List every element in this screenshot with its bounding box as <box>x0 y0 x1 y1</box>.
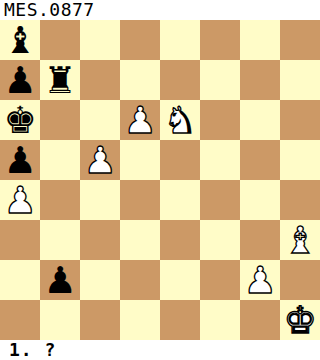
square-b5 <box>40 140 80 180</box>
square-b6 <box>40 100 80 140</box>
square-b7: ♜ <box>40 60 80 100</box>
square-c2 <box>80 260 120 300</box>
white-knight: ♞ <box>163 102 196 139</box>
square-c8 <box>80 20 120 60</box>
square-c3 <box>80 220 120 260</box>
square-b1 <box>40 300 80 340</box>
square-d4 <box>120 180 160 220</box>
white-king: ♚ <box>283 302 316 339</box>
black-bishop: ♝ <box>3 22 36 59</box>
square-g1 <box>240 300 280 340</box>
square-e5 <box>160 140 200 180</box>
square-h4 <box>280 180 320 220</box>
square-a8: ♝ <box>0 20 40 60</box>
chess-board: ♝♟♜♚♟♞♟♟♟♝♟♟♚ <box>0 20 320 340</box>
square-d1 <box>120 300 160 340</box>
square-c6 <box>80 100 120 140</box>
diagram-title: MES.0877 <box>0 0 320 20</box>
black-pawn: ♟ <box>43 262 76 299</box>
square-c4 <box>80 180 120 220</box>
square-h1: ♚ <box>280 300 320 340</box>
black-king: ♚ <box>3 102 36 139</box>
square-a3 <box>0 220 40 260</box>
square-h3: ♝ <box>280 220 320 260</box>
square-e1 <box>160 300 200 340</box>
square-f6 <box>200 100 240 140</box>
square-h2 <box>280 260 320 300</box>
square-g8 <box>240 20 280 60</box>
white-bishop: ♝ <box>283 222 316 259</box>
square-f1 <box>200 300 240 340</box>
square-c7 <box>80 60 120 100</box>
square-f5 <box>200 140 240 180</box>
square-d2 <box>120 260 160 300</box>
square-b3 <box>40 220 80 260</box>
move-prompt: 1. ? <box>0 340 320 360</box>
square-a4: ♟ <box>0 180 40 220</box>
square-h6 <box>280 100 320 140</box>
square-e2 <box>160 260 200 300</box>
square-e4 <box>160 180 200 220</box>
square-e3 <box>160 220 200 260</box>
black-rook: ♜ <box>43 62 76 99</box>
white-pawn: ♟ <box>83 142 116 179</box>
square-h7 <box>280 60 320 100</box>
white-pawn: ♟ <box>3 182 36 219</box>
square-g7 <box>240 60 280 100</box>
square-e6: ♞ <box>160 100 200 140</box>
square-g6 <box>240 100 280 140</box>
square-b4 <box>40 180 80 220</box>
square-g4 <box>240 180 280 220</box>
square-d7 <box>120 60 160 100</box>
square-g5 <box>240 140 280 180</box>
square-a7: ♟ <box>0 60 40 100</box>
square-a5: ♟ <box>0 140 40 180</box>
square-c5: ♟ <box>80 140 120 180</box>
square-d6: ♟ <box>120 100 160 140</box>
square-e8 <box>160 20 200 60</box>
square-f3 <box>200 220 240 260</box>
square-c1 <box>80 300 120 340</box>
square-a2 <box>0 260 40 300</box>
black-pawn: ♟ <box>3 142 36 179</box>
square-d3 <box>120 220 160 260</box>
square-h5 <box>280 140 320 180</box>
square-b2: ♟ <box>40 260 80 300</box>
white-pawn: ♟ <box>123 102 156 139</box>
square-a6: ♚ <box>0 100 40 140</box>
square-e7 <box>160 60 200 100</box>
chess-problem-diagram: MES.0877 ♝♟♜♚♟♞♟♟♟♝♟♟♚ 1. ? <box>0 0 320 360</box>
square-a1 <box>0 300 40 340</box>
square-d8 <box>120 20 160 60</box>
square-f2 <box>200 260 240 300</box>
square-g2: ♟ <box>240 260 280 300</box>
square-f7 <box>200 60 240 100</box>
square-g3 <box>240 220 280 260</box>
square-b8 <box>40 20 80 60</box>
black-pawn: ♟ <box>3 62 36 99</box>
square-f8 <box>200 20 240 60</box>
square-f4 <box>200 180 240 220</box>
white-pawn: ♟ <box>243 262 276 299</box>
square-d5 <box>120 140 160 180</box>
square-h8 <box>280 20 320 60</box>
